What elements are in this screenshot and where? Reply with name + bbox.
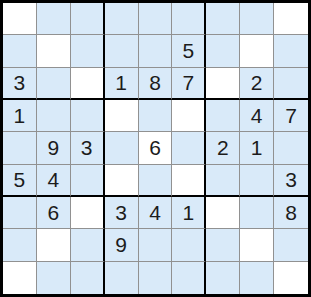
- cell-r1c5[interactable]: [139, 3, 173, 35]
- cell-r7c9-given: 8: [274, 197, 308, 229]
- cell-r6c5[interactable]: [139, 165, 173, 197]
- cell-r8c6[interactable]: [172, 229, 206, 261]
- cell-r8c9[interactable]: [274, 229, 308, 261]
- cell-r8c4-given: 9: [105, 229, 139, 261]
- cell-r3c3[interactable]: [71, 68, 105, 100]
- cell-r4c7[interactable]: [206, 100, 240, 132]
- cell-r9c2[interactable]: [37, 262, 71, 294]
- cell-r4c4[interactable]: [105, 100, 139, 132]
- cell-r9c1[interactable]: [3, 262, 37, 294]
- cell-r9c3[interactable]: [71, 262, 105, 294]
- cell-r4c9-given: 7: [274, 100, 308, 132]
- cell-r2c5[interactable]: [139, 35, 173, 67]
- cell-r8c7[interactable]: [206, 229, 240, 261]
- cell-r9c6[interactable]: [172, 262, 206, 294]
- cell-r4c3[interactable]: [71, 100, 105, 132]
- sudoku-app: 53187214793621543634189: [0, 0, 311, 297]
- cell-r6c2-given: 4: [37, 165, 71, 197]
- cell-r2c7[interactable]: [206, 35, 240, 67]
- cell-r2c1[interactable]: [3, 35, 37, 67]
- cell-r7c5-given: 4: [139, 197, 173, 229]
- cell-r8c8[interactable]: [240, 229, 274, 261]
- cell-r9c5[interactable]: [139, 262, 173, 294]
- cell-r1c2[interactable]: [37, 3, 71, 35]
- cell-r4c5[interactable]: [139, 100, 173, 132]
- cell-r5c6[interactable]: [172, 132, 206, 164]
- cell-r3c2[interactable]: [37, 68, 71, 100]
- cell-r1c9[interactable]: [274, 3, 308, 35]
- cell-r4c8-given: 4: [240, 100, 274, 132]
- cell-r6c1-given: 5: [3, 165, 37, 197]
- cell-r3c8-given: 2: [240, 68, 274, 100]
- cell-r2c8[interactable]: [240, 35, 274, 67]
- cell-r5c1[interactable]: [3, 132, 37, 164]
- cell-r1c6[interactable]: [172, 3, 206, 35]
- cell-r9c7[interactable]: [206, 262, 240, 294]
- cell-r5c8-given: 1: [240, 132, 274, 164]
- cell-r3c4-given: 1: [105, 68, 139, 100]
- cell-r3c1-given: 3: [3, 68, 37, 100]
- cell-r2c2[interactable]: [37, 35, 71, 67]
- cell-r3c5-given: 8: [139, 68, 173, 100]
- cell-r6c9-given: 3: [274, 165, 308, 197]
- cell-r9c9[interactable]: [274, 262, 308, 294]
- cell-r6c6[interactable]: [172, 165, 206, 197]
- cell-r7c6-given: 1: [172, 197, 206, 229]
- cell-r7c7[interactable]: [206, 197, 240, 229]
- cell-r1c3[interactable]: [71, 3, 105, 35]
- cell-r2c4[interactable]: [105, 35, 139, 67]
- cell-r5c5-given: 6: [139, 132, 173, 164]
- cell-r6c4[interactable]: [105, 165, 139, 197]
- cell-r3c9[interactable]: [274, 68, 308, 100]
- cell-r6c7[interactable]: [206, 165, 240, 197]
- cell-r1c4[interactable]: [105, 3, 139, 35]
- cell-r2c9[interactable]: [274, 35, 308, 67]
- cell-r6c3[interactable]: [71, 165, 105, 197]
- cell-r7c2-given: 6: [37, 197, 71, 229]
- cell-r6c8[interactable]: [240, 165, 274, 197]
- cell-r2c6-given: 5: [172, 35, 206, 67]
- cell-r7c3[interactable]: [71, 197, 105, 229]
- cell-r9c4[interactable]: [105, 262, 139, 294]
- cell-r8c2[interactable]: [37, 229, 71, 261]
- cell-r9c8[interactable]: [240, 262, 274, 294]
- cell-r3c7[interactable]: [206, 68, 240, 100]
- cell-r2c3[interactable]: [71, 35, 105, 67]
- cell-r5c2-given: 9: [37, 132, 71, 164]
- cell-r3c6-given: 7: [172, 68, 206, 100]
- cell-r5c9[interactable]: [274, 132, 308, 164]
- cell-r4c6[interactable]: [172, 100, 206, 132]
- cell-r7c8[interactable]: [240, 197, 274, 229]
- cell-r1c1[interactable]: [3, 3, 37, 35]
- cell-r7c4-given: 3: [105, 197, 139, 229]
- cell-r1c7[interactable]: [206, 3, 240, 35]
- sudoku-board: 53187214793621543634189: [0, 0, 311, 297]
- cell-r7c1[interactable]: [3, 197, 37, 229]
- cell-r4c2[interactable]: [37, 100, 71, 132]
- cell-r5c3-given: 3: [71, 132, 105, 164]
- cell-r5c7-given: 2: [206, 132, 240, 164]
- cell-r8c5[interactable]: [139, 229, 173, 261]
- cell-r8c3[interactable]: [71, 229, 105, 261]
- cell-r4c1-given: 1: [3, 100, 37, 132]
- cell-r5c4[interactable]: [105, 132, 139, 164]
- cell-r1c8[interactable]: [240, 3, 274, 35]
- cell-r8c1[interactable]: [3, 229, 37, 261]
